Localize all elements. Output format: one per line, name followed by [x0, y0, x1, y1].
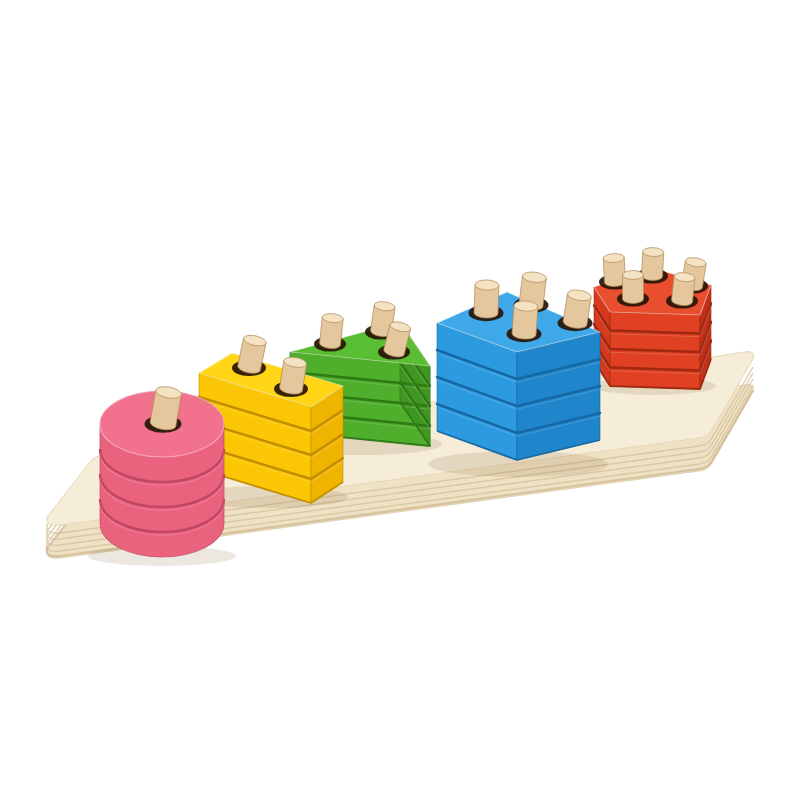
- product-photo: [0, 0, 800, 800]
- stack-pentagons: [594, 247, 711, 389]
- wooden-peg: [623, 271, 644, 304]
- stack-circles: [100, 385, 224, 557]
- wooden-peg: [671, 272, 695, 307]
- stack-squares: [437, 271, 600, 460]
- wooden-peg: [474, 280, 499, 319]
- wooden-peg: [512, 300, 539, 340]
- wooden-peg: [641, 247, 664, 281]
- toy-scene: [0, 0, 800, 800]
- wooden-peg: [319, 313, 344, 350]
